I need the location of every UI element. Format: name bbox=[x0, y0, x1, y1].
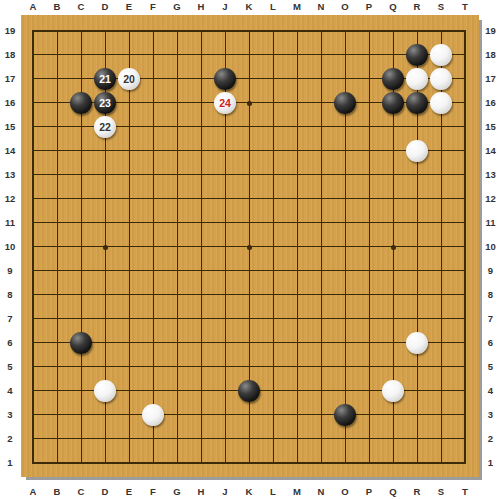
intersection-K14[interactable] bbox=[237, 139, 261, 163]
intersection-J5[interactable] bbox=[213, 355, 237, 379]
intersection-C11[interactable] bbox=[69, 211, 93, 235]
intersection-F7[interactable] bbox=[141, 307, 165, 331]
intersection-C8[interactable] bbox=[69, 283, 93, 307]
intersection-J10[interactable] bbox=[213, 235, 237, 259]
intersection-S10[interactable] bbox=[429, 235, 453, 259]
intersection-P17[interactable] bbox=[357, 67, 381, 91]
intersection-H2[interactable] bbox=[189, 427, 213, 451]
intersection-D8[interactable] bbox=[93, 283, 117, 307]
intersection-E4[interactable] bbox=[117, 379, 141, 403]
intersection-P16[interactable] bbox=[357, 91, 381, 115]
intersection-K15[interactable] bbox=[237, 115, 261, 139]
intersection-A11[interactable] bbox=[21, 211, 45, 235]
intersection-R12[interactable] bbox=[405, 187, 429, 211]
intersection-K8[interactable] bbox=[237, 283, 261, 307]
intersection-C14[interactable] bbox=[69, 139, 93, 163]
intersection-L15[interactable] bbox=[261, 115, 285, 139]
intersection-O12[interactable] bbox=[333, 187, 357, 211]
intersection-S14[interactable] bbox=[429, 139, 453, 163]
intersection-O7[interactable] bbox=[333, 307, 357, 331]
intersection-G17[interactable] bbox=[165, 67, 189, 91]
intersection-L11[interactable] bbox=[261, 211, 285, 235]
intersection-J7[interactable] bbox=[213, 307, 237, 331]
intersection-G10[interactable] bbox=[165, 235, 189, 259]
white-stone-S17[interactable] bbox=[430, 68, 452, 90]
black-stone-R16[interactable] bbox=[406, 92, 428, 114]
intersection-Q7[interactable] bbox=[381, 307, 405, 331]
intersection-Q16[interactable] bbox=[381, 91, 405, 115]
intersection-T2[interactable] bbox=[453, 427, 477, 451]
intersection-H11[interactable] bbox=[189, 211, 213, 235]
intersection-E7[interactable] bbox=[117, 307, 141, 331]
intersection-D3[interactable] bbox=[93, 403, 117, 427]
intersection-L2[interactable] bbox=[261, 427, 285, 451]
intersection-G19[interactable] bbox=[165, 19, 189, 43]
intersection-S5[interactable] bbox=[429, 355, 453, 379]
intersection-L16[interactable] bbox=[261, 91, 285, 115]
intersection-N13[interactable] bbox=[309, 163, 333, 187]
intersection-B12[interactable] bbox=[45, 187, 69, 211]
intersection-Q10[interactable] bbox=[381, 235, 405, 259]
white-stone-F3[interactable] bbox=[142, 404, 164, 426]
intersection-L9[interactable] bbox=[261, 259, 285, 283]
intersection-S16[interactable] bbox=[429, 91, 453, 115]
intersection-D13[interactable] bbox=[93, 163, 117, 187]
intersection-G11[interactable] bbox=[165, 211, 189, 235]
intersection-P9[interactable] bbox=[357, 259, 381, 283]
intersection-H8[interactable] bbox=[189, 283, 213, 307]
intersection-K3[interactable] bbox=[237, 403, 261, 427]
intersection-C2[interactable] bbox=[69, 427, 93, 451]
intersection-F12[interactable] bbox=[141, 187, 165, 211]
intersection-G9[interactable] bbox=[165, 259, 189, 283]
intersection-D2[interactable] bbox=[93, 427, 117, 451]
intersection-A18[interactable] bbox=[21, 43, 45, 67]
intersection-R6[interactable] bbox=[405, 331, 429, 355]
intersection-M13[interactable] bbox=[285, 163, 309, 187]
intersection-D10[interactable] bbox=[93, 235, 117, 259]
intersection-N16[interactable] bbox=[309, 91, 333, 115]
intersection-K2[interactable] bbox=[237, 427, 261, 451]
intersection-H6[interactable] bbox=[189, 331, 213, 355]
intersection-K12[interactable] bbox=[237, 187, 261, 211]
intersection-O10[interactable] bbox=[333, 235, 357, 259]
intersection-G12[interactable] bbox=[165, 187, 189, 211]
intersection-L13[interactable] bbox=[261, 163, 285, 187]
intersection-K19[interactable] bbox=[237, 19, 261, 43]
intersection-T13[interactable] bbox=[453, 163, 477, 187]
intersection-H1[interactable] bbox=[189, 451, 213, 475]
intersection-G6[interactable] bbox=[165, 331, 189, 355]
intersection-A4[interactable] bbox=[21, 379, 45, 403]
intersection-P14[interactable] bbox=[357, 139, 381, 163]
white-stone-R14[interactable] bbox=[406, 140, 428, 162]
intersection-N19[interactable] bbox=[309, 19, 333, 43]
intersection-H3[interactable] bbox=[189, 403, 213, 427]
intersection-K1[interactable] bbox=[237, 451, 261, 475]
intersection-N9[interactable] bbox=[309, 259, 333, 283]
intersection-Q13[interactable] bbox=[381, 163, 405, 187]
intersection-S12[interactable] bbox=[429, 187, 453, 211]
intersection-B15[interactable] bbox=[45, 115, 69, 139]
intersection-Q18[interactable] bbox=[381, 43, 405, 67]
white-stone-D15[interactable]: 22 bbox=[94, 116, 116, 138]
intersection-S11[interactable] bbox=[429, 211, 453, 235]
intersection-M1[interactable] bbox=[285, 451, 309, 475]
intersection-N14[interactable] bbox=[309, 139, 333, 163]
intersection-A7[interactable] bbox=[21, 307, 45, 331]
intersection-R10[interactable] bbox=[405, 235, 429, 259]
intersection-D1[interactable] bbox=[93, 451, 117, 475]
intersection-E11[interactable] bbox=[117, 211, 141, 235]
intersection-C3[interactable] bbox=[69, 403, 93, 427]
intersection-H15[interactable] bbox=[189, 115, 213, 139]
intersection-J8[interactable] bbox=[213, 283, 237, 307]
intersection-M5[interactable] bbox=[285, 355, 309, 379]
black-stone-Q17[interactable] bbox=[382, 68, 404, 90]
intersection-O8[interactable] bbox=[333, 283, 357, 307]
intersection-B18[interactable] bbox=[45, 43, 69, 67]
intersection-F17[interactable] bbox=[141, 67, 165, 91]
intersection-R15[interactable] bbox=[405, 115, 429, 139]
intersection-E9[interactable] bbox=[117, 259, 141, 283]
intersection-A17[interactable] bbox=[21, 67, 45, 91]
intersection-E15[interactable] bbox=[117, 115, 141, 139]
intersection-L10[interactable] bbox=[261, 235, 285, 259]
intersection-L1[interactable] bbox=[261, 451, 285, 475]
intersection-S18[interactable] bbox=[429, 43, 453, 67]
intersection-T4[interactable] bbox=[453, 379, 477, 403]
intersection-N10[interactable] bbox=[309, 235, 333, 259]
intersection-B3[interactable] bbox=[45, 403, 69, 427]
intersection-D15[interactable]: 22 bbox=[93, 115, 117, 139]
intersection-Q5[interactable] bbox=[381, 355, 405, 379]
black-stone-C6[interactable] bbox=[70, 332, 92, 354]
intersection-M9[interactable] bbox=[285, 259, 309, 283]
intersection-T16[interactable] bbox=[453, 91, 477, 115]
intersection-S17[interactable] bbox=[429, 67, 453, 91]
white-stone-S18[interactable] bbox=[430, 44, 452, 66]
intersection-F3[interactable] bbox=[141, 403, 165, 427]
intersection-S1[interactable] bbox=[429, 451, 453, 475]
intersection-E1[interactable] bbox=[117, 451, 141, 475]
intersection-Q11[interactable] bbox=[381, 211, 405, 235]
intersection-L6[interactable] bbox=[261, 331, 285, 355]
intersection-L4[interactable] bbox=[261, 379, 285, 403]
intersection-O6[interactable] bbox=[333, 331, 357, 355]
intersection-T3[interactable] bbox=[453, 403, 477, 427]
intersection-J6[interactable] bbox=[213, 331, 237, 355]
intersection-Q14[interactable] bbox=[381, 139, 405, 163]
intersection-T7[interactable] bbox=[453, 307, 477, 331]
intersection-F19[interactable] bbox=[141, 19, 165, 43]
intersection-J14[interactable] bbox=[213, 139, 237, 163]
intersection-N11[interactable] bbox=[309, 211, 333, 235]
intersection-J19[interactable] bbox=[213, 19, 237, 43]
intersection-M15[interactable] bbox=[285, 115, 309, 139]
intersection-R5[interactable] bbox=[405, 355, 429, 379]
intersection-A6[interactable] bbox=[21, 331, 45, 355]
intersection-O14[interactable] bbox=[333, 139, 357, 163]
intersection-R16[interactable] bbox=[405, 91, 429, 115]
intersection-M2[interactable] bbox=[285, 427, 309, 451]
white-stone-R17[interactable] bbox=[406, 68, 428, 90]
intersection-G15[interactable] bbox=[165, 115, 189, 139]
intersection-G1[interactable] bbox=[165, 451, 189, 475]
black-stone-R18[interactable] bbox=[406, 44, 428, 66]
intersection-H5[interactable] bbox=[189, 355, 213, 379]
intersection-B16[interactable] bbox=[45, 91, 69, 115]
intersection-B10[interactable] bbox=[45, 235, 69, 259]
intersection-E3[interactable] bbox=[117, 403, 141, 427]
intersection-N1[interactable] bbox=[309, 451, 333, 475]
intersection-F14[interactable] bbox=[141, 139, 165, 163]
intersection-D5[interactable] bbox=[93, 355, 117, 379]
intersection-A12[interactable] bbox=[21, 187, 45, 211]
intersection-E14[interactable] bbox=[117, 139, 141, 163]
intersection-O13[interactable] bbox=[333, 163, 357, 187]
intersection-H14[interactable] bbox=[189, 139, 213, 163]
intersection-J18[interactable] bbox=[213, 43, 237, 67]
black-stone-D17[interactable]: 21 bbox=[94, 68, 116, 90]
intersection-O5[interactable] bbox=[333, 355, 357, 379]
intersection-G7[interactable] bbox=[165, 307, 189, 331]
intersection-N7[interactable] bbox=[309, 307, 333, 331]
intersection-O1[interactable] bbox=[333, 451, 357, 475]
intersection-H7[interactable] bbox=[189, 307, 213, 331]
intersection-N8[interactable] bbox=[309, 283, 333, 307]
intersection-S2[interactable] bbox=[429, 427, 453, 451]
intersection-F10[interactable] bbox=[141, 235, 165, 259]
intersection-L19[interactable] bbox=[261, 19, 285, 43]
intersection-M14[interactable] bbox=[285, 139, 309, 163]
intersection-G4[interactable] bbox=[165, 379, 189, 403]
intersection-R9[interactable] bbox=[405, 259, 429, 283]
intersection-S6[interactable] bbox=[429, 331, 453, 355]
intersection-P15[interactable] bbox=[357, 115, 381, 139]
intersection-M12[interactable] bbox=[285, 187, 309, 211]
intersection-B13[interactable] bbox=[45, 163, 69, 187]
intersection-G18[interactable] bbox=[165, 43, 189, 67]
intersection-G14[interactable] bbox=[165, 139, 189, 163]
intersection-O15[interactable] bbox=[333, 115, 357, 139]
intersection-L3[interactable] bbox=[261, 403, 285, 427]
intersection-T10[interactable] bbox=[453, 235, 477, 259]
intersection-N17[interactable] bbox=[309, 67, 333, 91]
intersection-H13[interactable] bbox=[189, 163, 213, 187]
intersection-J1[interactable] bbox=[213, 451, 237, 475]
intersection-N4[interactable] bbox=[309, 379, 333, 403]
intersection-R3[interactable] bbox=[405, 403, 429, 427]
intersection-K5[interactable] bbox=[237, 355, 261, 379]
intersection-F5[interactable] bbox=[141, 355, 165, 379]
intersection-K17[interactable] bbox=[237, 67, 261, 91]
intersection-H10[interactable] bbox=[189, 235, 213, 259]
intersection-A13[interactable] bbox=[21, 163, 45, 187]
intersection-D6[interactable] bbox=[93, 331, 117, 355]
intersection-N2[interactable] bbox=[309, 427, 333, 451]
intersection-O3[interactable] bbox=[333, 403, 357, 427]
intersection-E18[interactable] bbox=[117, 43, 141, 67]
intersection-A19[interactable] bbox=[21, 19, 45, 43]
intersection-G13[interactable] bbox=[165, 163, 189, 187]
intersection-J11[interactable] bbox=[213, 211, 237, 235]
intersection-G8[interactable] bbox=[165, 283, 189, 307]
intersection-D11[interactable] bbox=[93, 211, 117, 235]
intersection-C6[interactable] bbox=[69, 331, 93, 355]
intersection-B1[interactable] bbox=[45, 451, 69, 475]
intersection-M3[interactable] bbox=[285, 403, 309, 427]
intersection-P3[interactable] bbox=[357, 403, 381, 427]
intersection-T18[interactable] bbox=[453, 43, 477, 67]
intersection-S8[interactable] bbox=[429, 283, 453, 307]
intersection-R18[interactable] bbox=[405, 43, 429, 67]
intersection-T19[interactable] bbox=[453, 19, 477, 43]
intersection-D16[interactable]: 23 bbox=[93, 91, 117, 115]
intersection-P13[interactable] bbox=[357, 163, 381, 187]
intersection-D17[interactable]: 21 bbox=[93, 67, 117, 91]
intersection-A3[interactable] bbox=[21, 403, 45, 427]
intersection-L8[interactable] bbox=[261, 283, 285, 307]
intersection-E10[interactable] bbox=[117, 235, 141, 259]
intersection-H16[interactable] bbox=[189, 91, 213, 115]
intersection-O11[interactable] bbox=[333, 211, 357, 235]
intersection-P11[interactable] bbox=[357, 211, 381, 235]
intersection-D18[interactable] bbox=[93, 43, 117, 67]
intersection-B2[interactable] bbox=[45, 427, 69, 451]
intersection-O16[interactable] bbox=[333, 91, 357, 115]
intersection-A2[interactable] bbox=[21, 427, 45, 451]
intersection-E2[interactable] bbox=[117, 427, 141, 451]
intersection-K13[interactable] bbox=[237, 163, 261, 187]
intersection-P2[interactable] bbox=[357, 427, 381, 451]
intersection-R13[interactable] bbox=[405, 163, 429, 187]
intersection-F1[interactable] bbox=[141, 451, 165, 475]
intersection-E19[interactable] bbox=[117, 19, 141, 43]
white-stone-Q4[interactable] bbox=[382, 380, 404, 402]
intersection-J16[interactable]: 24 bbox=[213, 91, 237, 115]
intersection-N5[interactable] bbox=[309, 355, 333, 379]
intersection-R8[interactable] bbox=[405, 283, 429, 307]
intersection-P5[interactable] bbox=[357, 355, 381, 379]
intersection-C12[interactable] bbox=[69, 187, 93, 211]
intersection-D14[interactable] bbox=[93, 139, 117, 163]
intersection-P4[interactable] bbox=[357, 379, 381, 403]
intersection-K4[interactable] bbox=[237, 379, 261, 403]
intersection-F2[interactable] bbox=[141, 427, 165, 451]
intersection-S15[interactable] bbox=[429, 115, 453, 139]
intersection-H9[interactable] bbox=[189, 259, 213, 283]
white-stone-J16[interactable]: 24 bbox=[214, 92, 236, 114]
intersection-M10[interactable] bbox=[285, 235, 309, 259]
intersection-J15[interactable] bbox=[213, 115, 237, 139]
intersection-K6[interactable] bbox=[237, 331, 261, 355]
intersection-B6[interactable] bbox=[45, 331, 69, 355]
intersection-D12[interactable] bbox=[93, 187, 117, 211]
intersection-J3[interactable] bbox=[213, 403, 237, 427]
intersection-M8[interactable] bbox=[285, 283, 309, 307]
intersection-C10[interactable] bbox=[69, 235, 93, 259]
intersection-L14[interactable] bbox=[261, 139, 285, 163]
intersection-M4[interactable] bbox=[285, 379, 309, 403]
intersection-R19[interactable] bbox=[405, 19, 429, 43]
intersection-P19[interactable] bbox=[357, 19, 381, 43]
intersection-F15[interactable] bbox=[141, 115, 165, 139]
intersection-C15[interactable] bbox=[69, 115, 93, 139]
intersection-C4[interactable] bbox=[69, 379, 93, 403]
intersection-T17[interactable] bbox=[453, 67, 477, 91]
intersection-B17[interactable] bbox=[45, 67, 69, 91]
intersection-C18[interactable] bbox=[69, 43, 93, 67]
intersection-G2[interactable] bbox=[165, 427, 189, 451]
intersection-T14[interactable] bbox=[453, 139, 477, 163]
intersection-R2[interactable] bbox=[405, 427, 429, 451]
intersection-B9[interactable] bbox=[45, 259, 69, 283]
intersection-E12[interactable] bbox=[117, 187, 141, 211]
intersection-N6[interactable] bbox=[309, 331, 333, 355]
black-stone-Q16[interactable] bbox=[382, 92, 404, 114]
intersection-O2[interactable] bbox=[333, 427, 357, 451]
intersection-P12[interactable] bbox=[357, 187, 381, 211]
intersection-C5[interactable] bbox=[69, 355, 93, 379]
intersection-S7[interactable] bbox=[429, 307, 453, 331]
intersection-T1[interactable] bbox=[453, 451, 477, 475]
intersection-A9[interactable] bbox=[21, 259, 45, 283]
black-stone-J17[interactable] bbox=[214, 68, 236, 90]
intersection-T15[interactable] bbox=[453, 115, 477, 139]
intersection-S13[interactable] bbox=[429, 163, 453, 187]
intersection-Q6[interactable] bbox=[381, 331, 405, 355]
intersection-C17[interactable] bbox=[69, 67, 93, 91]
white-stone-R6[interactable] bbox=[406, 332, 428, 354]
intersection-N18[interactable] bbox=[309, 43, 333, 67]
black-stone-O3[interactable] bbox=[334, 404, 356, 426]
intersection-B8[interactable] bbox=[45, 283, 69, 307]
black-stone-O16[interactable] bbox=[334, 92, 356, 114]
intersection-O4[interactable] bbox=[333, 379, 357, 403]
intersection-K18[interactable] bbox=[237, 43, 261, 67]
intersection-N3[interactable] bbox=[309, 403, 333, 427]
intersection-K16[interactable] bbox=[237, 91, 261, 115]
intersection-O9[interactable] bbox=[333, 259, 357, 283]
intersection-P8[interactable] bbox=[357, 283, 381, 307]
intersection-G16[interactable] bbox=[165, 91, 189, 115]
intersection-A1[interactable] bbox=[21, 451, 45, 475]
intersection-R7[interactable] bbox=[405, 307, 429, 331]
intersection-G3[interactable] bbox=[165, 403, 189, 427]
intersection-S19[interactable] bbox=[429, 19, 453, 43]
intersection-O17[interactable] bbox=[333, 67, 357, 91]
intersection-F16[interactable] bbox=[141, 91, 165, 115]
white-stone-E17[interactable]: 20 bbox=[118, 68, 140, 90]
intersection-C1[interactable] bbox=[69, 451, 93, 475]
intersection-Q9[interactable] bbox=[381, 259, 405, 283]
black-stone-D16[interactable]: 23 bbox=[94, 92, 116, 114]
intersection-Q12[interactable] bbox=[381, 187, 405, 211]
intersection-F4[interactable] bbox=[141, 379, 165, 403]
intersection-P6[interactable] bbox=[357, 331, 381, 355]
intersection-R17[interactable] bbox=[405, 67, 429, 91]
intersection-E13[interactable] bbox=[117, 163, 141, 187]
intersection-F6[interactable] bbox=[141, 331, 165, 355]
intersection-D7[interactable] bbox=[93, 307, 117, 331]
white-stone-S16[interactable] bbox=[430, 92, 452, 114]
intersection-M16[interactable] bbox=[285, 91, 309, 115]
black-stone-C16[interactable] bbox=[70, 92, 92, 114]
intersection-T12[interactable] bbox=[453, 187, 477, 211]
intersection-D4[interactable] bbox=[93, 379, 117, 403]
intersection-F8[interactable] bbox=[141, 283, 165, 307]
